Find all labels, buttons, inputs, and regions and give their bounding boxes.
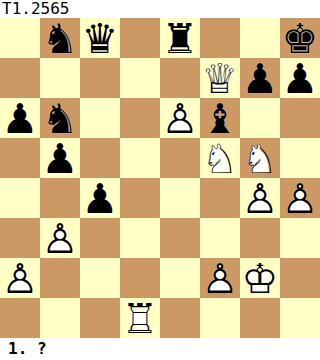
- white-queen[interactable]: ♛♕: [200, 58, 240, 98]
- square-b3[interactable]: ♟♙: [40, 218, 80, 258]
- square-e5[interactable]: [160, 138, 200, 178]
- white-king-outline: ♔: [240, 258, 280, 298]
- black-king[interactable]: ♚: [280, 18, 320, 58]
- square-f3[interactable]: [200, 218, 240, 258]
- white-pawn-glyph: ♟: [0, 258, 40, 298]
- black-bishop[interactable]: ♝: [200, 98, 240, 138]
- square-c5[interactable]: [80, 138, 120, 178]
- black-queen[interactable]: ♛: [80, 18, 120, 58]
- white-pawn-glyph: ♟: [40, 218, 80, 258]
- black-pawn[interactable]: ♟: [40, 138, 80, 178]
- square-c1[interactable]: [80, 298, 120, 338]
- white-king[interactable]: ♚♔: [240, 258, 280, 298]
- white-pawn-glyph: ♟: [200, 258, 240, 298]
- black-pawn[interactable]: ♟: [80, 178, 120, 218]
- square-c8[interactable]: ♛: [80, 18, 120, 58]
- square-f1[interactable]: [200, 298, 240, 338]
- square-a1[interactable]: [0, 298, 40, 338]
- black-pawn-glyph: ♟: [40, 138, 80, 178]
- black-rook-glyph: ♜: [160, 18, 200, 58]
- black-knight[interactable]: ♞: [40, 18, 80, 58]
- square-f5[interactable]: ♞♘: [200, 138, 240, 178]
- square-f2[interactable]: ♟♙: [200, 258, 240, 298]
- square-h7[interactable]: ♟: [280, 58, 320, 98]
- square-e1[interactable]: [160, 298, 200, 338]
- white-knight-glyph: ♞: [240, 138, 280, 178]
- square-c3[interactable]: [80, 218, 120, 258]
- square-a2[interactable]: ♟♙: [0, 258, 40, 298]
- square-g7[interactable]: ♟: [240, 58, 280, 98]
- white-pawn[interactable]: ♟♙: [0, 258, 40, 298]
- white-pawn-outline: ♙: [200, 258, 240, 298]
- square-d6[interactable]: [120, 98, 160, 138]
- square-d8[interactable]: [120, 18, 160, 58]
- square-b5[interactable]: ♟: [40, 138, 80, 178]
- white-knight-outline: ♘: [200, 138, 240, 178]
- puzzle-title: T1.2565: [2, 0, 69, 18]
- square-a7[interactable]: [0, 58, 40, 98]
- white-queen-outline: ♕: [200, 58, 240, 98]
- white-pawn[interactable]: ♟♙: [40, 218, 80, 258]
- square-h8[interactable]: ♚: [280, 18, 320, 58]
- white-king-glyph: ♚: [240, 258, 280, 298]
- black-pawn[interactable]: ♟: [280, 58, 320, 98]
- white-pawn-glyph: ♟: [240, 178, 280, 218]
- square-d1[interactable]: ♜♖: [120, 298, 160, 338]
- black-bishop-glyph: ♝: [200, 98, 240, 138]
- square-h6[interactable]: [280, 98, 320, 138]
- square-a6[interactable]: ♟: [0, 98, 40, 138]
- black-pawn-glyph: ♟: [80, 178, 120, 218]
- square-d7[interactable]: [120, 58, 160, 98]
- square-d5[interactable]: [120, 138, 160, 178]
- black-king-glyph: ♚: [280, 18, 320, 58]
- black-pawn-glyph: ♟: [240, 58, 280, 98]
- black-pawn-glyph: ♟: [280, 58, 320, 98]
- black-queen-glyph: ♛: [80, 18, 120, 58]
- square-h2[interactable]: [280, 258, 320, 298]
- white-knight-outline: ♘: [240, 138, 280, 178]
- black-knight-glyph: ♞: [40, 98, 80, 138]
- white-pawn-outline: ♙: [40, 218, 80, 258]
- white-pawn[interactable]: ♟♙: [160, 98, 200, 138]
- square-h3[interactable]: [280, 218, 320, 258]
- black-pawn[interactable]: ♟: [0, 98, 40, 138]
- square-g6[interactable]: [240, 98, 280, 138]
- square-h4[interactable]: ♟♙: [280, 178, 320, 218]
- white-rook[interactable]: ♜♖: [120, 298, 160, 338]
- square-d3[interactable]: [120, 218, 160, 258]
- square-a5[interactable]: [0, 138, 40, 178]
- square-c2[interactable]: [80, 258, 120, 298]
- square-e3[interactable]: [160, 218, 200, 258]
- square-a4[interactable]: [0, 178, 40, 218]
- square-b8[interactable]: ♞: [40, 18, 80, 58]
- square-g1[interactable]: [240, 298, 280, 338]
- square-a8[interactable]: [0, 18, 40, 58]
- square-h5[interactable]: [280, 138, 320, 178]
- square-c7[interactable]: [80, 58, 120, 98]
- white-pawn[interactable]: ♟♙: [280, 178, 320, 218]
- square-g3[interactable]: [240, 218, 280, 258]
- white-knight-glyph: ♞: [200, 138, 240, 178]
- black-knight-glyph: ♞: [40, 18, 80, 58]
- move-prompt: 1. ?: [8, 339, 47, 359]
- square-e6[interactable]: ♟♙: [160, 98, 200, 138]
- puzzle-app: T1.2565 ♞♛♜♚♛♕♟♟♟♞♟♙♝♟♞♘♞♘♟♟♙♟♙♟♙♟♙♟♙♚♔♜…: [0, 0, 320, 360]
- square-g4[interactable]: ♟♙: [240, 178, 280, 218]
- white-pawn[interactable]: ♟♙: [200, 258, 240, 298]
- square-c6[interactable]: [80, 98, 120, 138]
- square-f6[interactable]: ♝: [200, 98, 240, 138]
- white-queen-glyph: ♛: [200, 58, 240, 98]
- square-d4[interactable]: [120, 178, 160, 218]
- black-rook[interactable]: ♜: [160, 18, 200, 58]
- square-g5[interactable]: ♞♘: [240, 138, 280, 178]
- chess-board: ♞♛♜♚♛♕♟♟♟♞♟♙♝♟♞♘♞♘♟♟♙♟♙♟♙♟♙♟♙♚♔♜♖: [0, 18, 320, 338]
- square-b7[interactable]: [40, 58, 80, 98]
- white-pawn-outline: ♙: [280, 178, 320, 218]
- square-e4[interactable]: [160, 178, 200, 218]
- white-rook-glyph: ♜: [120, 298, 160, 338]
- square-e7[interactable]: [160, 58, 200, 98]
- square-a3[interactable]: [0, 218, 40, 258]
- square-e2[interactable]: [160, 258, 200, 298]
- black-pawn-glyph: ♟: [0, 98, 40, 138]
- square-f4[interactable]: [200, 178, 240, 218]
- black-pawn[interactable]: ♟: [240, 58, 280, 98]
- white-knight[interactable]: ♞♘: [200, 138, 240, 178]
- square-g8[interactable]: [240, 18, 280, 58]
- square-b1[interactable]: [40, 298, 80, 338]
- square-g2[interactable]: ♚♔: [240, 258, 280, 298]
- square-c4[interactable]: ♟: [80, 178, 120, 218]
- square-h1[interactable]: [280, 298, 320, 338]
- square-e8[interactable]: ♜: [160, 18, 200, 58]
- white-pawn[interactable]: ♟♙: [240, 178, 280, 218]
- white-pawn-outline: ♙: [160, 98, 200, 138]
- square-f7[interactable]: ♛♕: [200, 58, 240, 98]
- white-rook-outline: ♖: [120, 298, 160, 338]
- white-pawn-glyph: ♟: [280, 178, 320, 218]
- white-knight[interactable]: ♞♘: [240, 138, 280, 178]
- square-b2[interactable]: [40, 258, 80, 298]
- white-pawn-outline: ♙: [0, 258, 40, 298]
- square-b6[interactable]: ♞: [40, 98, 80, 138]
- black-knight[interactable]: ♞: [40, 98, 80, 138]
- square-d2[interactable]: [120, 258, 160, 298]
- white-pawn-glyph: ♟: [160, 98, 200, 138]
- square-b4[interactable]: [40, 178, 80, 218]
- white-pawn-outline: ♙: [240, 178, 280, 218]
- square-f8[interactable]: [200, 18, 240, 58]
